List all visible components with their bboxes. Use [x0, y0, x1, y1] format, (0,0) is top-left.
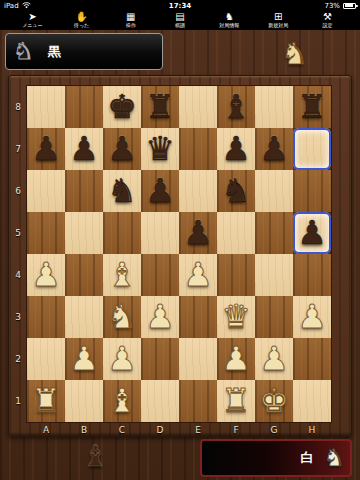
square-c1[interactable]: ♝: [103, 380, 141, 422]
black-knight-icon: ♞: [13, 40, 34, 63]
status-bar: iPad 17:34 73%: [0, 0, 360, 11]
square-b4[interactable]: [65, 254, 103, 296]
square-c2[interactable]: ♟: [103, 338, 141, 380]
square-a6[interactable]: [27, 170, 65, 212]
square-a7[interactable]: ♟: [27, 128, 65, 170]
piece-white-pawn[interactable]: ♟: [103, 338, 141, 380]
piece-white-pawn[interactable]: ♟: [293, 296, 331, 338]
toolbar-item-label: 新規対局: [268, 22, 288, 28]
piece-white-rook[interactable]: ♜: [27, 380, 65, 422]
square-c3[interactable]: ♞: [103, 296, 141, 338]
chess-board: 87654321 ♚♜♝♜♟♟♟♛♟♟♞♟♞♟♟♟♝♟♞♟♛♟♟♟♟♟♜♝♜♚ …: [8, 75, 352, 437]
square-a1[interactable]: ♜: [27, 380, 65, 422]
piece-white-queen[interactable]: ♛: [217, 296, 255, 338]
file-label-d: D: [141, 422, 179, 437]
piece-white-king[interactable]: ♚: [255, 380, 293, 422]
battery-icon: [343, 3, 356, 9]
square-g2[interactable]: ♟: [255, 338, 293, 380]
toolbar-item-operation[interactable]: ▦操作: [109, 11, 153, 28]
square-h1[interactable]: [293, 380, 331, 422]
square-f6[interactable]: ♞: [217, 170, 255, 212]
rank-label-7: 7: [9, 128, 27, 170]
square-h3[interactable]: ♟: [293, 296, 331, 338]
square-f8[interactable]: ♝: [217, 86, 255, 128]
square-h8[interactable]: ♜: [293, 86, 331, 128]
square-b1[interactable]: [65, 380, 103, 422]
piece-black-pawn[interactable]: ♟: [293, 212, 331, 254]
square-a2[interactable]: [27, 338, 65, 380]
file-label-b: B: [65, 422, 103, 437]
square-e4[interactable]: ♟: [179, 254, 217, 296]
square-h5[interactable]: ♟: [293, 212, 331, 254]
file-label-f: F: [217, 422, 255, 437]
toolbar-item-label: 棋譜: [175, 22, 185, 28]
board-grid: ♚♜♝♜♟♟♟♛♟♟♞♟♞♟♟♟♝♟♞♟♛♟♟♟♟♟♜♝♜♚: [27, 86, 331, 422]
toolbar-item-menu[interactable]: ➤メニュー: [11, 11, 55, 28]
square-b7[interactable]: ♟: [65, 128, 103, 170]
toolbar-item-takeback[interactable]: ✋待った: [60, 11, 104, 28]
black-player-box: ♞ 黒: [5, 33, 163, 70]
document-icon: ▤: [175, 11, 184, 22]
square-e5[interactable]: ♟: [179, 212, 217, 254]
piece-white-pawn[interactable]: ♟: [255, 338, 293, 380]
square-d6[interactable]: ♟: [141, 170, 179, 212]
black-player-label: 黒: [48, 43, 62, 61]
piece-white-rook[interactable]: ♜: [217, 380, 255, 422]
piece-black-pawn[interactable]: ♟: [141, 170, 179, 212]
piece-black-king[interactable]: ♚: [103, 86, 141, 128]
square-b3[interactable]: [65, 296, 103, 338]
toolbar-item-label: メニュー: [22, 22, 42, 28]
square-e7[interactable]: [179, 128, 217, 170]
toolbar-item-label: 待った: [74, 22, 89, 28]
rank-label-2: 2: [9, 338, 27, 380]
square-f4[interactable]: [217, 254, 255, 296]
square-b2[interactable]: ♟: [65, 338, 103, 380]
cursor-icon: ➤: [28, 11, 36, 22]
rank-label-4: 4: [9, 254, 27, 296]
rank-label-8: 8: [9, 86, 27, 128]
square-h4[interactable]: [293, 254, 331, 296]
piece-black-knight[interactable]: ♞: [103, 170, 141, 212]
square-h2[interactable]: [293, 338, 331, 380]
square-b8[interactable]: [65, 86, 103, 128]
square-a3[interactable]: [27, 296, 65, 338]
square-f3[interactable]: ♛: [217, 296, 255, 338]
piece-black-rook[interactable]: ♜: [293, 86, 331, 128]
square-g5[interactable]: [255, 212, 293, 254]
square-f2[interactable]: ♟: [217, 338, 255, 380]
clock: 17:34: [0, 2, 360, 10]
piece-black-rook[interactable]: ♜: [141, 86, 179, 128]
hand-icon: ✋: [75, 11, 87, 22]
captured-black-bishop: ♝: [82, 440, 108, 472]
square-c6[interactable]: ♞: [103, 170, 141, 212]
square-c8[interactable]: ♚: [103, 86, 141, 128]
toolbar-item-new-game[interactable]: ⊞新規対局: [256, 11, 300, 28]
square-c4[interactable]: ♝: [103, 254, 141, 296]
toolbar-item-record[interactable]: ▤棋譜: [158, 11, 202, 28]
toolbar-item-settings[interactable]: ⚒設定: [305, 11, 349, 28]
piece-black-pawn[interactable]: ♟: [103, 128, 141, 170]
piece-white-pawn[interactable]: ♟: [27, 254, 65, 296]
square-d3[interactable]: ♟: [141, 296, 179, 338]
piece-black-bishop[interactable]: ♝: [217, 86, 255, 128]
square-f1[interactable]: ♜: [217, 380, 255, 422]
piece-black-pawn[interactable]: ♟: [179, 212, 217, 254]
square-f5[interactable]: [217, 212, 255, 254]
rank-label-1: 1: [9, 380, 27, 422]
square-d5[interactable]: [141, 212, 179, 254]
square-b5[interactable]: [65, 212, 103, 254]
square-d4[interactable]: [141, 254, 179, 296]
file-label-c: C: [103, 422, 141, 437]
toolbar-item-label: 操作: [126, 22, 136, 28]
file-label-h: H: [293, 422, 331, 437]
toolbar-item-game-info[interactable]: ♞対局情報: [207, 11, 251, 28]
chess-app-screen: iPad 17:34 73% ➤メニュー✋待った▦操作▤棋譜♞対局情報⊞新規対局…: [0, 0, 360, 480]
file-labels: ABCDEFGH: [27, 422, 331, 437]
piece-white-knight[interactable]: ♞: [103, 296, 141, 338]
knight-icon: ♞: [225, 11, 234, 22]
square-b6[interactable]: [65, 170, 103, 212]
file-label-a: A: [27, 422, 65, 437]
square-g4[interactable]: [255, 254, 293, 296]
white-player-bar: ♝ 白 ♞: [0, 437, 360, 480]
piece-white-pawn[interactable]: ♟: [65, 338, 103, 380]
square-d8[interactable]: ♜: [141, 86, 179, 128]
piece-black-pawn[interactable]: ♟: [255, 128, 293, 170]
square-e1[interactable]: [179, 380, 217, 422]
file-label-g: G: [255, 422, 293, 437]
rank-labels: 87654321: [9, 86, 27, 422]
rank-label-3: 3: [9, 296, 27, 338]
rank-label-6: 6: [9, 170, 27, 212]
square-d7[interactable]: ♛: [141, 128, 179, 170]
square-g6[interactable]: [255, 170, 293, 212]
white-knight-icon: ♞: [323, 446, 345, 470]
square-a4[interactable]: ♟: [27, 254, 65, 296]
square-h7[interactable]: [293, 128, 331, 170]
black-player-bar: ♞ 黒 ♞: [0, 30, 360, 75]
square-a5[interactable]: [27, 212, 65, 254]
toolbar-item-label: 対局情報: [219, 22, 239, 28]
new-board-icon: ⊞: [274, 11, 282, 22]
square-e6[interactable]: [179, 170, 217, 212]
piece-white-bishop[interactable]: ♝: [103, 380, 141, 422]
square-g1[interactable]: ♚: [255, 380, 293, 422]
piece-white-bishop[interactable]: ♝: [103, 254, 141, 296]
square-c7[interactable]: ♟: [103, 128, 141, 170]
white-player-label: 白: [300, 449, 314, 467]
piece-white-pawn[interactable]: ♟: [141, 296, 179, 338]
piece-black-knight[interactable]: ♞: [217, 170, 255, 212]
file-label-e: E: [179, 422, 217, 437]
panes-icon: ▦: [126, 11, 135, 22]
square-a8[interactable]: [27, 86, 65, 128]
square-c5[interactable]: [103, 212, 141, 254]
square-g7[interactable]: ♟: [255, 128, 293, 170]
square-g3[interactable]: [255, 296, 293, 338]
piece-white-pawn[interactable]: ♟: [217, 338, 255, 380]
square-d1[interactable]: [141, 380, 179, 422]
piece-black-pawn[interactable]: ♟: [27, 128, 65, 170]
square-d2[interactable]: [141, 338, 179, 380]
piece-black-pawn[interactable]: ♟: [65, 128, 103, 170]
square-h6[interactable]: [293, 170, 331, 212]
square-e3[interactable]: [179, 296, 217, 338]
toolbar-item-label: 設定: [322, 22, 332, 28]
white-player-box: 白 ♞: [200, 439, 352, 477]
toolbar: ➤メニュー✋待った▦操作▤棋譜♞対局情報⊞新規対局⚒設定: [0, 11, 360, 30]
square-g8[interactable]: [255, 86, 293, 128]
square-e2[interactable]: [179, 338, 217, 380]
square-e8[interactable]: [179, 86, 217, 128]
piece-black-queen[interactable]: ♛: [141, 128, 179, 170]
captured-white-knight: ♞: [281, 38, 308, 70]
piece-black-pawn[interactable]: ♟: [217, 128, 255, 170]
rank-label-5: 5: [9, 212, 27, 254]
piece-white-pawn[interactable]: ♟: [179, 254, 217, 296]
tools-icon: ⚒: [323, 11, 332, 22]
square-f7[interactable]: ♟: [217, 128, 255, 170]
